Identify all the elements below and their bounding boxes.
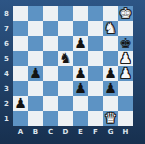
- piece-white-queen[interactable]: ♛: [104, 111, 117, 126]
- square-d8[interactable]: [58, 6, 73, 21]
- square-a8[interactable]: [13, 6, 28, 21]
- square-c3[interactable]: [43, 81, 58, 96]
- square-h6[interactable]: ♚: [118, 36, 133, 51]
- piece-white-knight[interactable]: ♞: [104, 21, 117, 36]
- piece-black-pawn[interactable]: ♟: [104, 81, 117, 96]
- square-c7[interactable]: [43, 21, 58, 36]
- piece-black-pawn[interactable]: ♟: [74, 36, 87, 51]
- piece-black-knight[interactable]: ♞: [59, 51, 72, 66]
- square-f6[interactable]: [88, 36, 103, 51]
- square-c1[interactable]: [43, 111, 58, 126]
- rank-label-8: 8: [0, 6, 13, 21]
- square-g5[interactable]: [103, 51, 118, 66]
- piece-black-pawn[interactable]: ♟: [14, 96, 27, 111]
- square-b3[interactable]: [28, 81, 43, 96]
- rank-label-6: 6: [0, 36, 13, 51]
- square-c2[interactable]: [43, 96, 58, 111]
- square-e6[interactable]: ♟: [73, 36, 88, 51]
- rank-label-5: 5: [0, 51, 13, 66]
- square-e2[interactable]: [73, 96, 88, 111]
- square-c5[interactable]: [43, 51, 58, 66]
- square-b8[interactable]: [28, 6, 43, 21]
- rank-label-2: 2: [0, 96, 13, 111]
- square-b5[interactable]: [28, 51, 43, 66]
- rank-label-4: 4: [0, 66, 13, 81]
- square-b7[interactable]: [28, 21, 43, 36]
- square-h8[interactable]: ♚: [118, 6, 133, 21]
- file-label-e: E: [73, 126, 88, 144]
- square-g4[interactable]: ♟: [103, 66, 118, 81]
- file-label-h: H: [118, 126, 133, 144]
- square-f4[interactable]: [88, 66, 103, 81]
- piece-white-king[interactable]: ♚: [119, 6, 132, 21]
- square-c4[interactable]: [43, 66, 58, 81]
- file-label-a: A: [13, 126, 28, 144]
- piece-black-pawn[interactable]: ♟: [29, 66, 42, 81]
- square-f7[interactable]: [88, 21, 103, 36]
- rank-label-3: 3: [0, 81, 13, 96]
- square-d1[interactable]: [58, 111, 73, 126]
- file-label-c: C: [43, 126, 58, 144]
- square-e4[interactable]: ♟: [73, 66, 88, 81]
- rank-label-1: 1: [0, 111, 13, 126]
- square-a2[interactable]: ♟: [13, 96, 28, 111]
- square-d2[interactable]: [58, 96, 73, 111]
- square-a7[interactable]: [13, 21, 28, 36]
- rank-label-7: 7: [0, 21, 13, 36]
- square-g6[interactable]: [103, 36, 118, 51]
- square-d3[interactable]: [58, 81, 73, 96]
- square-e5[interactable]: [73, 51, 88, 66]
- square-b4[interactable]: ♟: [28, 66, 43, 81]
- square-d4[interactable]: [58, 66, 73, 81]
- file-label-f: F: [88, 126, 103, 144]
- square-g2[interactable]: [103, 96, 118, 111]
- square-a1[interactable]: [13, 111, 28, 126]
- piece-black-pawn[interactable]: ♟: [74, 66, 87, 81]
- file-label-g: G: [103, 126, 118, 144]
- square-h3[interactable]: [118, 81, 133, 96]
- square-h1[interactable]: [118, 111, 133, 126]
- square-a3[interactable]: [13, 81, 28, 96]
- square-a4[interactable]: [13, 66, 28, 81]
- square-b6[interactable]: [28, 36, 43, 51]
- square-a5[interactable]: [13, 51, 28, 66]
- square-e7[interactable]: [73, 21, 88, 36]
- piece-white-pawn[interactable]: ♟: [119, 66, 132, 81]
- square-g1[interactable]: ♛: [103, 111, 118, 126]
- rank-labels: 87654321: [0, 6, 13, 126]
- file-labels: ABCDEFGH: [13, 126, 133, 144]
- piece-white-pawn[interactable]: ♟: [119, 51, 132, 66]
- square-f8[interactable]: [88, 6, 103, 21]
- square-f5[interactable]: [88, 51, 103, 66]
- square-d5[interactable]: ♞: [58, 51, 73, 66]
- square-g7[interactable]: ♞: [103, 21, 118, 36]
- square-b2[interactable]: [28, 96, 43, 111]
- square-f3[interactable]: [88, 81, 103, 96]
- file-label-b: B: [28, 126, 43, 144]
- square-f2[interactable]: [88, 96, 103, 111]
- piece-black-pawn[interactable]: ♟: [74, 81, 87, 96]
- square-a6[interactable]: [13, 36, 28, 51]
- piece-black-king[interactable]: ♚: [119, 36, 132, 51]
- square-b1[interactable]: [28, 111, 43, 126]
- square-h5[interactable]: ♟: [118, 51, 133, 66]
- square-e8[interactable]: [73, 6, 88, 21]
- square-e3[interactable]: ♟: [73, 81, 88, 96]
- square-c6[interactable]: [43, 36, 58, 51]
- square-c8[interactable]: [43, 6, 58, 21]
- square-h4[interactable]: ♟: [118, 66, 133, 81]
- file-label-d: D: [58, 126, 73, 144]
- chess-board[interactable]: ♚♞♟♚♞♟♟♟♟♟♟♟♟♛: [13, 6, 133, 126]
- chess-board-diagram: 87654321 ♚♞♟♚♞♟♟♟♟♟♟♟♟♛ ABCDEFGH: [0, 0, 145, 144]
- square-d7[interactable]: [58, 21, 73, 36]
- piece-black-pawn[interactable]: ♟: [104, 66, 117, 81]
- square-g3[interactable]: ♟: [103, 81, 118, 96]
- square-h7[interactable]: [118, 21, 133, 36]
- square-e1[interactable]: [73, 111, 88, 126]
- square-d6[interactable]: [58, 36, 73, 51]
- square-h2[interactable]: [118, 96, 133, 111]
- square-f1[interactable]: [88, 111, 103, 126]
- square-g8[interactable]: [103, 6, 118, 21]
